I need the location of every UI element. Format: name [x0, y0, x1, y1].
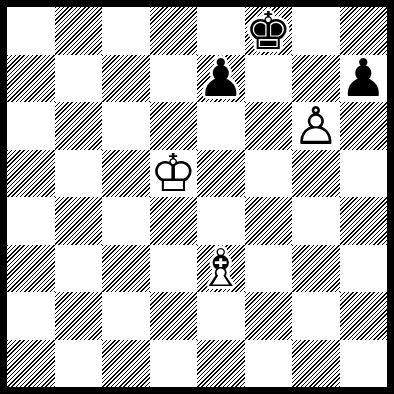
- square-c8[interactable]: [102, 7, 150, 55]
- square-e1[interactable]: [197, 340, 245, 388]
- square-g2[interactable]: [292, 292, 340, 340]
- square-b1[interactable]: [55, 340, 103, 388]
- square-b3[interactable]: [55, 245, 103, 293]
- square-c7[interactable]: [102, 55, 150, 103]
- square-g7[interactable]: [292, 55, 340, 103]
- square-c2[interactable]: [102, 292, 150, 340]
- square-a2[interactable]: [7, 292, 55, 340]
- square-f4[interactable]: [245, 197, 293, 245]
- square-b2[interactable]: [55, 292, 103, 340]
- square-c6[interactable]: [102, 102, 150, 150]
- square-f6[interactable]: [245, 102, 293, 150]
- square-g8[interactable]: [292, 7, 340, 55]
- square-c3[interactable]: [102, 245, 150, 293]
- square-h6[interactable]: [340, 102, 388, 150]
- square-b8[interactable]: [55, 7, 103, 55]
- square-c5[interactable]: [102, 150, 150, 198]
- square-b6[interactable]: [55, 102, 103, 150]
- square-h7[interactable]: ♟♟: [340, 55, 388, 103]
- black-king[interactable]: ♚♚: [245, 7, 293, 55]
- square-g5[interactable]: [292, 150, 340, 198]
- square-d7[interactable]: [150, 55, 198, 103]
- square-d5[interactable]: ♚♔: [150, 150, 198, 198]
- square-c4[interactable]: [102, 197, 150, 245]
- square-a3[interactable]: [7, 245, 55, 293]
- black-pawn-glyph: ♟: [197, 55, 245, 103]
- square-d4[interactable]: [150, 197, 198, 245]
- square-a8[interactable]: [7, 7, 55, 55]
- square-f5[interactable]: [245, 150, 293, 198]
- square-e2[interactable]: [197, 292, 245, 340]
- square-h1[interactable]: [340, 340, 388, 388]
- black-pawn[interactable]: ♟♟: [197, 55, 245, 103]
- square-b4[interactable]: [55, 197, 103, 245]
- square-f3[interactable]: [245, 245, 293, 293]
- square-b5[interactable]: [55, 150, 103, 198]
- square-d2[interactable]: [150, 292, 198, 340]
- black-pawn[interactable]: ♟♟: [340, 55, 388, 103]
- square-d1[interactable]: [150, 340, 198, 388]
- square-e6[interactable]: [197, 102, 245, 150]
- square-f7[interactable]: [245, 55, 293, 103]
- square-a5[interactable]: [7, 150, 55, 198]
- square-g3[interactable]: [292, 245, 340, 293]
- square-b7[interactable]: [55, 55, 103, 103]
- white-king[interactable]: ♚♔: [150, 150, 198, 198]
- square-h2[interactable]: [340, 292, 388, 340]
- white-bishop-glyph: ♗: [197, 245, 245, 293]
- square-g6[interactable]: ♟♙: [292, 102, 340, 150]
- square-h3[interactable]: [340, 245, 388, 293]
- white-king-glyph: ♔: [150, 150, 198, 198]
- square-a6[interactable]: [7, 102, 55, 150]
- white-pawn[interactable]: ♟♙: [292, 102, 340, 150]
- chess-board: ♚♚♟♟♟♟♟♙♚♔♝♗: [0, 0, 394, 394]
- square-e5[interactable]: [197, 150, 245, 198]
- square-a1[interactable]: [7, 340, 55, 388]
- square-f8[interactable]: ♚♚: [245, 7, 293, 55]
- white-pawn-glyph: ♙: [292, 102, 340, 150]
- square-h5[interactable]: [340, 150, 388, 198]
- white-bishop[interactable]: ♝♗: [197, 245, 245, 293]
- square-f2[interactable]: [245, 292, 293, 340]
- square-a4[interactable]: [7, 197, 55, 245]
- square-h4[interactable]: [340, 197, 388, 245]
- square-g4[interactable]: [292, 197, 340, 245]
- square-e3[interactable]: ♝♗: [197, 245, 245, 293]
- square-d8[interactable]: [150, 7, 198, 55]
- black-king-glyph: ♚: [245, 7, 293, 55]
- square-d3[interactable]: [150, 245, 198, 293]
- square-g1[interactable]: [292, 340, 340, 388]
- square-c1[interactable]: [102, 340, 150, 388]
- square-f1[interactable]: [245, 340, 293, 388]
- square-e7[interactable]: ♟♟: [197, 55, 245, 103]
- square-a7[interactable]: [7, 55, 55, 103]
- black-pawn-glyph: ♟: [340, 55, 388, 103]
